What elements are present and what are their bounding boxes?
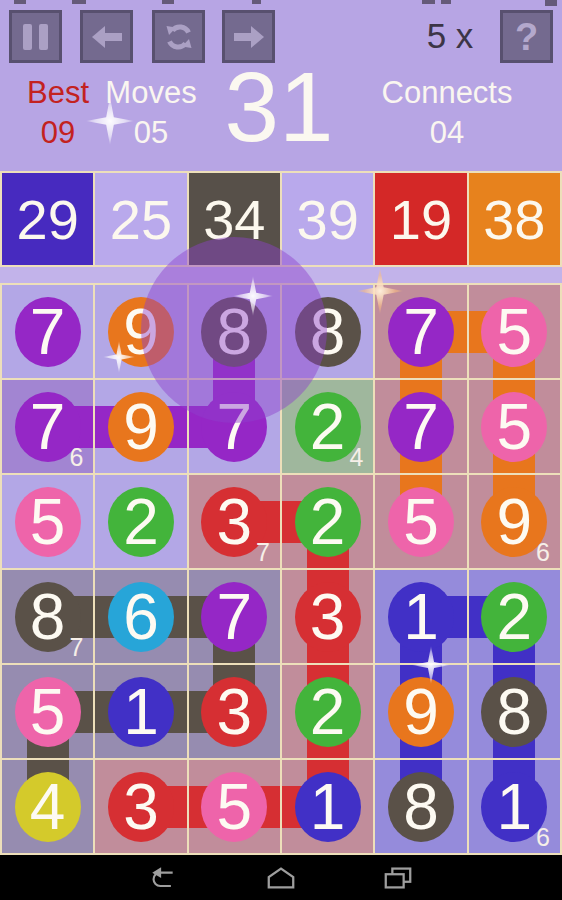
best-stat: Best 09 bbox=[8, 76, 108, 150]
cell-subscript: 6 bbox=[536, 538, 550, 567]
connects-value: 04 bbox=[377, 116, 517, 150]
cell-subscript: 4 bbox=[349, 443, 363, 472]
target-sum-19: 19 bbox=[375, 173, 466, 265]
cell-r3c2: 2 bbox=[95, 475, 186, 568]
cell-r1c5: 7 bbox=[375, 285, 466, 378]
number-circle-8[interactable]: 8 bbox=[481, 677, 547, 747]
connects-stat: Connects 04 bbox=[377, 76, 517, 150]
number-circle-5[interactable]: 5 bbox=[201, 772, 267, 842]
status-bar-artifact bbox=[545, 0, 557, 6]
cell-r1c6: 5 bbox=[469, 285, 560, 378]
number-circle-7[interactable]: 7 bbox=[201, 582, 267, 652]
hint-button[interactable]: ? bbox=[500, 10, 553, 63]
status-bar-artifact bbox=[252, 0, 261, 4]
cell-r2c4: 24 bbox=[282, 380, 373, 473]
cell-r4c1: 87 bbox=[2, 570, 93, 663]
number-circle-9[interactable]: 9 bbox=[108, 297, 174, 367]
cell-r1c1: 7 bbox=[2, 285, 93, 378]
number-circle-2[interactable]: 2 bbox=[295, 677, 361, 747]
cell-r3c3: 37 bbox=[189, 475, 280, 568]
cell-r2c1: 76 bbox=[2, 380, 93, 473]
number-circle-3[interactable]: 3 bbox=[201, 677, 267, 747]
nav-home-button[interactable] bbox=[259, 862, 303, 894]
cell-r6c6: 16 bbox=[469, 760, 560, 853]
number-circle-5[interactable]: 5 bbox=[481, 392, 547, 462]
cell-subscript: 6 bbox=[536, 823, 550, 852]
cell-r4c6: 2 bbox=[469, 570, 560, 663]
moves-value: 05 bbox=[101, 116, 201, 150]
pause-icon bbox=[23, 24, 48, 50]
back-icon bbox=[146, 865, 178, 891]
cell-r5c4: 2 bbox=[282, 665, 373, 758]
moves-stat: Moves 05 bbox=[101, 76, 201, 150]
status-bar-artifact bbox=[72, 0, 86, 4]
board-gap bbox=[0, 267, 562, 283]
target-sum-38: 38 bbox=[469, 173, 560, 265]
restart-button[interactable] bbox=[152, 10, 205, 63]
cell-r2c3: 7 bbox=[189, 380, 280, 473]
number-circle-8[interactable]: 8 bbox=[295, 297, 361, 367]
app-screen: 5 x ? Best 09 Moves 05 31 Connects 04 29… bbox=[0, 0, 562, 900]
number-circle-2[interactable]: 2 bbox=[481, 582, 547, 652]
pause-button[interactable] bbox=[9, 10, 62, 63]
number-circle-5[interactable]: 5 bbox=[481, 297, 547, 367]
target-sums-row: 292534391938 bbox=[0, 171, 562, 267]
cell-r3c4: 2 bbox=[282, 475, 373, 568]
cell-r1c2: 9 bbox=[95, 285, 186, 378]
cell-r6c5: 8 bbox=[375, 760, 466, 853]
undo-button[interactable] bbox=[80, 10, 133, 63]
cell-r4c2: 6 bbox=[95, 570, 186, 663]
best-label: Best bbox=[8, 76, 108, 110]
cell-r2c5: 7 bbox=[375, 380, 466, 473]
cell-r2c2: 9 bbox=[95, 380, 186, 473]
number-circle-8[interactable]: 8 bbox=[388, 772, 454, 842]
cell-r3c1: 5 bbox=[2, 475, 93, 568]
cell-subscript: 7 bbox=[69, 633, 83, 662]
number-circle-2[interactable]: 2 bbox=[295, 487, 361, 557]
cell-r5c2: 1 bbox=[95, 665, 186, 758]
cell-r4c3: 7 bbox=[189, 570, 280, 663]
number-circle-9[interactable]: 9 bbox=[108, 392, 174, 462]
number-circle-7[interactable]: 7 bbox=[15, 297, 81, 367]
number-circle-5[interactable]: 5 bbox=[15, 487, 81, 557]
number-circle-1[interactable]: 1 bbox=[295, 772, 361, 842]
cell-r5c3: 3 bbox=[189, 665, 280, 758]
status-bar-artifact bbox=[422, 0, 435, 4]
target-sum-34: 34 bbox=[189, 173, 280, 265]
nav-back-button[interactable] bbox=[140, 862, 184, 894]
moves-label: Moves bbox=[101, 76, 201, 110]
cell-r1c3: 8 bbox=[189, 285, 280, 378]
status-bar-artifact bbox=[162, 0, 174, 4]
number-circle-4[interactable]: 4 bbox=[15, 772, 81, 842]
puzzle-board: 7988757697247552372596876731251329843518… bbox=[0, 283, 562, 855]
connects-label: Connects bbox=[377, 76, 517, 110]
cell-r6c4: 1 bbox=[282, 760, 373, 853]
status-bar-artifact bbox=[441, 0, 451, 4]
cell-r4c4: 3 bbox=[282, 570, 373, 663]
number-circle-7[interactable]: 7 bbox=[388, 297, 454, 367]
number-circle-1[interactable]: 1 bbox=[108, 677, 174, 747]
android-navbar bbox=[0, 855, 562, 900]
cell-r5c6: 8 bbox=[469, 665, 560, 758]
best-value: 09 bbox=[8, 116, 108, 150]
recents-icon bbox=[382, 865, 414, 891]
target-sum-39: 39 bbox=[282, 173, 373, 265]
cell-r6c1: 4 bbox=[2, 760, 93, 853]
number-circle-5[interactable]: 5 bbox=[388, 487, 454, 557]
cell-r5c1: 5 bbox=[2, 665, 93, 758]
number-circle-3[interactable]: 3 bbox=[295, 582, 361, 652]
cell-r3c5: 5 bbox=[375, 475, 466, 568]
home-icon bbox=[265, 865, 297, 891]
status-bar-artifact bbox=[14, 0, 26, 4]
number-circle-9[interactable]: 9 bbox=[388, 677, 454, 747]
number-circle-5[interactable]: 5 bbox=[15, 677, 81, 747]
number-circle-6[interactable]: 6 bbox=[108, 582, 174, 652]
arrow-right-icon bbox=[232, 23, 266, 51]
number-circle-7[interactable]: 7 bbox=[201, 392, 267, 462]
arrow-left-icon bbox=[90, 23, 124, 51]
cell-r6c3: 5 bbox=[189, 760, 280, 853]
number-circle-7[interactable]: 7 bbox=[388, 392, 454, 462]
current-sum: 31 bbox=[219, 58, 339, 156]
cell-r6c2: 3 bbox=[95, 760, 186, 853]
nav-recents-button[interactable] bbox=[376, 862, 420, 894]
cell-subscript: 7 bbox=[256, 538, 270, 567]
cell-r2c6: 5 bbox=[469, 380, 560, 473]
cell-r3c6: 96 bbox=[469, 475, 560, 568]
number-circle-1[interactable]: 1 bbox=[388, 582, 454, 652]
cell-r5c5: 9 bbox=[375, 665, 466, 758]
number-circle-3[interactable]: 3 bbox=[108, 772, 174, 842]
hints-remaining: 5 x bbox=[420, 16, 480, 56]
cell-r4c5: 1 bbox=[375, 570, 466, 663]
target-sum-25: 25 bbox=[95, 173, 186, 265]
cell-subscript: 6 bbox=[69, 443, 83, 472]
question-mark-icon: ? bbox=[515, 18, 538, 56]
refresh-icon bbox=[163, 23, 195, 51]
number-circle-8[interactable]: 8 bbox=[201, 297, 267, 367]
target-sum-29: 29 bbox=[2, 173, 93, 265]
cell-r1c4: 8 bbox=[282, 285, 373, 378]
number-circle-2[interactable]: 2 bbox=[108, 487, 174, 557]
